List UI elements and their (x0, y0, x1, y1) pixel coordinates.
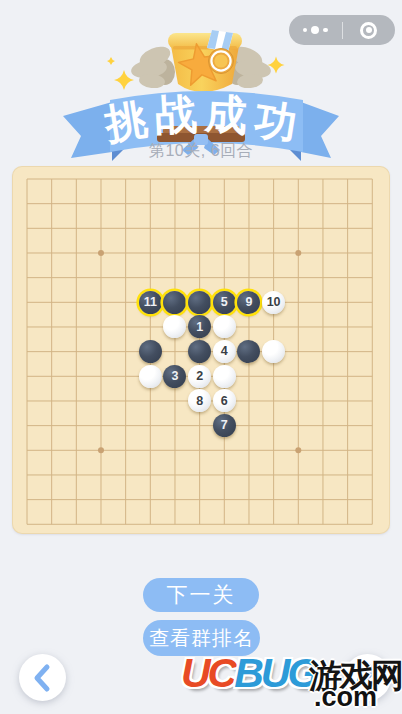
stone-black-r5c8-move5: 5 (213, 291, 236, 314)
home-close-button[interactable] (343, 15, 396, 45)
next-level-button[interactable]: 下一关 (143, 578, 259, 612)
challenge-success-screen: 挑战成功 第10关, 6回合 1159101432867 下一关 查看群排名 U… (0, 0, 402, 714)
watermark-uc: UC (181, 650, 234, 696)
stone-white-r5c10-move10: 10 (262, 291, 285, 314)
stone-white-r7c8-move4: 4 (213, 340, 236, 363)
stone-black-r5c7 (188, 291, 211, 314)
back-button[interactable] (19, 654, 66, 701)
level-round-subtitle: 第10关, 6回合 (0, 141, 402, 162)
gomoku-board: 1159101432867 (12, 166, 390, 534)
stone-black-r10c8-move7: 7 (213, 414, 236, 437)
stone-white-r8c7-move2: 2 (188, 365, 211, 388)
watermark-bug: BUG (234, 650, 316, 696)
share-arrow-icon (345, 655, 391, 701)
group-ranking-button[interactable]: 查看群排名 (143, 620, 260, 656)
stone-black-r5c5-move11: 11 (139, 291, 162, 314)
share-button[interactable] (344, 654, 391, 701)
home-circle-icon (360, 22, 377, 39)
chevron-left-icon (20, 655, 66, 701)
ucbug-watermark: UCBUG (181, 653, 316, 694)
stone-white-r8c5 (139, 365, 162, 388)
stone-white-r8c8 (213, 365, 236, 388)
stone-black-r7c5 (139, 340, 162, 363)
